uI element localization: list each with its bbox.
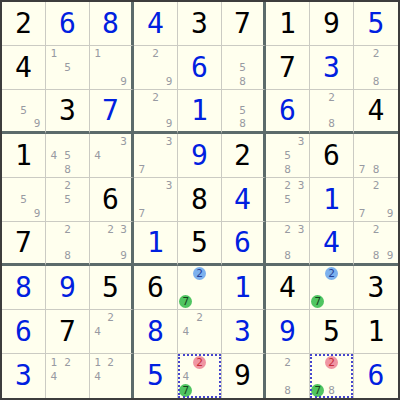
cell-r5c5[interactable]: 8: [178, 178, 222, 222]
cell-r6c2[interactable]: 28: [46, 222, 90, 266]
given-digit: 4: [354, 90, 398, 131]
solved-digit: 8: [134, 310, 177, 353]
cell-r2c7[interactable]: 7: [266, 46, 310, 90]
candidate-7: 7: [355, 162, 369, 176]
cell-r9c5[interactable]: 247: [178, 354, 222, 398]
candidate-2: 2: [193, 355, 207, 369]
candidate-grid: 458: [47, 135, 88, 176]
candidate-3: 3: [117, 223, 130, 236]
candidate-grid: 78: [355, 135, 397, 176]
candidate-grid: 25: [47, 179, 88, 220]
given-digit: 6: [310, 134, 353, 177]
cell-r3c7[interactable]: 6: [266, 90, 310, 134]
candidate-grid: 279: [355, 179, 397, 220]
cell-r6c1[interactable]: 7: [2, 222, 46, 266]
cell-r6c3[interactable]: 239: [90, 222, 134, 266]
candidate-9: 9: [30, 117, 44, 130]
candidate-3: 3: [162, 179, 176, 193]
candidate-grid: 37: [135, 135, 176, 176]
candidate-7: 7: [179, 383, 193, 397]
candidate-2: 2: [104, 223, 117, 236]
cell-r2c6[interactable]: 58: [222, 46, 266, 90]
solved-digit: 7: [90, 90, 131, 131]
candidate-4: 4: [91, 149, 104, 163]
cell-r6c6[interactable]: 6: [222, 222, 266, 266]
given-digit: 2: [222, 134, 263, 177]
candidate-grid: 15: [47, 47, 88, 88]
candidate-grid: 289: [355, 223, 397, 262]
candidate-7: 7: [135, 206, 149, 220]
candidate-grid: 59: [3, 179, 44, 220]
candidate-8: 8: [236, 117, 249, 130]
cell-r3c4[interactable]: 29: [134, 90, 178, 134]
cell-r8c5[interactable]: 24: [178, 310, 222, 354]
candidate-9: 9: [117, 74, 130, 88]
candidate-7: 7: [311, 294, 325, 308]
given-digit: 4: [266, 266, 309, 309]
candidate-8: 8: [281, 249, 295, 262]
cell-r7c1[interactable]: 8: [2, 266, 46, 310]
cell-r3c9[interactable]: 4: [354, 90, 398, 134]
candidate-2: 2: [149, 47, 163, 61]
candidate-5: 5: [281, 149, 295, 163]
candidate-2: 2: [281, 179, 295, 193]
candidate-2-blue-highlight: 2: [325, 267, 338, 280]
candidate-1: 1: [91, 47, 104, 61]
given-digit: 1: [2, 134, 45, 177]
cell-r4c6[interactable]: 2: [222, 134, 266, 178]
candidate-grid: 28: [311, 91, 352, 130]
candidate-grid: 19: [91, 47, 130, 88]
cell-r5c6[interactable]: 4: [222, 178, 266, 222]
cell-r5c8[interactable]: 1: [310, 178, 354, 222]
solved-digit: 8: [90, 2, 131, 45]
cell-r3c1[interactable]: 59: [2, 90, 46, 134]
cell-r8c2[interactable]: 7: [46, 310, 90, 354]
cell-r8c3[interactable]: 24: [90, 310, 134, 354]
candidate-5: 5: [236, 61, 249, 75]
candidate-2: 2: [325, 267, 339, 281]
cell-r1c9[interactable]: 5: [354, 2, 398, 46]
given-digit: 3: [178, 2, 221, 45]
cell-r5c1[interactable]: 59: [2, 178, 46, 222]
cell-r4c5[interactable]: 9: [178, 134, 222, 178]
cell-r6c7[interactable]: 238: [266, 222, 310, 266]
candidate-8: 8: [61, 249, 75, 262]
candidate-8: 8: [281, 383, 295, 397]
candidate-grid: 278: [311, 355, 352, 397]
given-digit: 4: [2, 46, 45, 89]
cell-r4c3[interactable]: 34: [90, 134, 134, 178]
cell-r4c4[interactable]: 37: [134, 134, 178, 178]
candidate-1: 1: [47, 47, 61, 61]
cell-r8c9[interactable]: 1: [354, 310, 398, 354]
cell-r4c7[interactable]: 358: [266, 134, 310, 178]
candidate-2: 2: [325, 91, 339, 104]
cell-r9c1[interactable]: 3: [2, 354, 46, 398]
candidate-2: 2: [149, 91, 163, 104]
cell-r7c5[interactable]: 27: [178, 266, 222, 310]
candidate-2: 2: [369, 223, 383, 236]
cell-r1c1[interactable]: 2: [2, 2, 46, 46]
candidate-grid: 235: [267, 179, 308, 220]
given-digit: 6: [90, 178, 131, 221]
cell-r5c2[interactable]: 25: [46, 178, 90, 222]
candidate-grid: 28: [47, 223, 88, 262]
cell-r7c7[interactable]: 4: [266, 266, 310, 310]
solved-digit: 4: [134, 2, 177, 45]
candidate-grid: 29: [135, 91, 176, 130]
candidate-5: 5: [236, 104, 249, 117]
candidate-grid: 58: [223, 47, 262, 88]
cell-r1c4[interactable]: 4: [134, 2, 178, 46]
given-digit: 5: [310, 310, 353, 353]
candidate-5: 5: [61, 61, 75, 75]
cell-r8c1[interactable]: 6: [2, 310, 46, 354]
given-digit: 3: [46, 90, 89, 131]
candidate-3: 3: [294, 135, 308, 149]
candidate-2: 2: [281, 223, 295, 236]
given-digit: 7: [46, 310, 89, 353]
candidate-grid: 28: [267, 355, 308, 397]
solved-digit: 4: [222, 178, 263, 221]
candidate-3: 3: [117, 135, 130, 149]
cell-r8c8[interactable]: 5: [310, 310, 354, 354]
candidate-5: 5: [281, 193, 295, 207]
candidate-2: 2: [61, 223, 75, 236]
given-digit: 7: [2, 222, 45, 263]
candidate-1: 1: [47, 355, 61, 369]
candidate-2: 2: [104, 311, 117, 325]
given-digit: 7: [266, 46, 309, 89]
cell-r5c9[interactable]: 279: [354, 178, 398, 222]
given-digit: 1: [354, 310, 398, 353]
cell-r5c7[interactable]: 235: [266, 178, 310, 222]
cell-r6c5[interactable]: 5: [178, 222, 222, 266]
solved-digit: 1: [134, 222, 177, 263]
cell-r6c8[interactable]: 4: [310, 222, 354, 266]
candidate-grid: 24: [91, 311, 130, 352]
cell-r1c3[interactable]: 8: [90, 2, 134, 46]
candidate-3: 3: [162, 135, 176, 149]
given-digit: 6: [134, 266, 177, 309]
cell-r2c8[interactable]: 3: [310, 46, 354, 90]
candidate-7-green-highlight: 7: [311, 384, 324, 397]
cell-r3c2[interactable]: 3: [46, 90, 90, 134]
candidate-4: 4: [179, 325, 193, 339]
solved-digit: 3: [222, 310, 263, 353]
cell-r7c9[interactable]: 3: [354, 266, 398, 310]
cell-r2c4[interactable]: 29: [134, 46, 178, 90]
solved-digit: 6: [222, 222, 263, 263]
cell-r8c6[interactable]: 3: [222, 310, 266, 354]
candidate-grid: 124: [47, 355, 88, 397]
sudoku-board: 2684371954151929658732859372915862841458…: [0, 0, 400, 400]
candidate-2-red-highlight: 2: [325, 356, 338, 369]
candidate-5: 5: [17, 104, 31, 117]
candidate-grid: 28: [355, 47, 397, 88]
solved-digit: 6: [178, 46, 221, 89]
cell-r1c5[interactable]: 3: [178, 2, 222, 46]
solved-digit: 8: [2, 266, 45, 309]
candidate-2: 2: [61, 179, 75, 193]
candidate-8: 8: [325, 383, 339, 397]
candidate-grid: 37: [135, 179, 176, 220]
candidate-9: 9: [383, 249, 397, 262]
candidate-grid: 58: [223, 91, 262, 130]
candidate-8: 8: [369, 162, 383, 176]
solved-digit: 1: [310, 178, 353, 221]
candidate-2: 2: [104, 355, 117, 369]
candidate-8: 8: [325, 117, 339, 130]
candidate-8: 8: [281, 162, 295, 176]
candidate-2: 2: [193, 267, 207, 281]
candidate-grid: 238: [267, 223, 308, 262]
cell-r7c2[interactable]: 9: [46, 266, 90, 310]
given-digit: 7: [222, 2, 263, 45]
cell-r2c3[interactable]: 19: [90, 46, 134, 90]
cell-r4c8[interactable]: 6: [310, 134, 354, 178]
candidate-7-green-highlight: 7: [179, 295, 192, 308]
candidate-4: 4: [47, 149, 61, 163]
cell-r5c4[interactable]: 37: [134, 178, 178, 222]
candidate-8: 8: [61, 162, 75, 176]
solved-digit: 9: [178, 134, 221, 177]
candidate-4: 4: [47, 369, 61, 383]
cell-r7c6[interactable]: 1: [222, 266, 266, 310]
candidate-grid: 239: [91, 223, 130, 262]
candidate-7: 7: [311, 383, 325, 397]
cell-r7c4[interactable]: 6: [134, 266, 178, 310]
solved-digit: 9: [266, 310, 309, 353]
candidate-grid: 27: [311, 267, 352, 308]
candidate-9: 9: [162, 117, 176, 130]
given-digit: 3: [354, 266, 398, 309]
given-digit: 8: [178, 178, 221, 221]
cell-r6c4[interactable]: 1: [134, 222, 178, 266]
candidate-7: 7: [355, 206, 369, 220]
candidate-4: 4: [91, 369, 104, 383]
candidate-5: 5: [17, 193, 31, 207]
candidate-3: 3: [294, 223, 308, 236]
candidate-4: 4: [91, 325, 104, 339]
given-digit: 2: [2, 2, 45, 45]
candidate-grid: 34: [91, 135, 130, 176]
candidate-grid: 29: [135, 47, 176, 88]
solved-digit: 3: [310, 46, 353, 89]
cell-r4c1[interactable]: 1: [2, 134, 46, 178]
cell-r7c3[interactable]: 5: [90, 266, 134, 310]
candidate-2: 2: [369, 179, 383, 193]
candidate-9: 9: [383, 206, 397, 220]
candidate-8: 8: [236, 74, 249, 88]
cell-r8c4[interactable]: 8: [134, 310, 178, 354]
solved-digit: 1: [178, 90, 221, 131]
cell-r7c8[interactable]: 27: [310, 266, 354, 310]
solved-digit: 5: [134, 354, 177, 398]
cell-r3c6[interactable]: 58: [222, 90, 266, 134]
solved-digit: 5: [354, 2, 398, 45]
candidate-2: 2: [325, 355, 339, 369]
cell-r4c2[interactable]: 458: [46, 134, 90, 178]
cell-r9c6[interactable]: 9: [222, 354, 266, 398]
candidate-7: 7: [135, 162, 149, 176]
solved-digit: 6: [266, 90, 309, 131]
candidate-grid: 124: [91, 355, 130, 397]
cell-r9c8[interactable]: 278: [310, 354, 354, 398]
cell-r1c6[interactable]: 7: [222, 2, 266, 46]
given-digit: 1: [266, 2, 309, 45]
cell-r3c8[interactable]: 28: [310, 90, 354, 134]
given-digit: 9: [222, 354, 263, 398]
cell-r3c5[interactable]: 1: [178, 90, 222, 134]
cell-r4c9[interactable]: 78: [354, 134, 398, 178]
candidate-7: 7: [179, 294, 193, 308]
candidate-9: 9: [117, 249, 130, 262]
cell-r2c9[interactable]: 28: [354, 46, 398, 90]
candidate-2-blue-highlight: 2: [193, 267, 206, 280]
candidate-grid: 59: [3, 91, 44, 130]
solved-digit: 6: [354, 354, 398, 398]
candidate-7-green-highlight: 7: [179, 384, 192, 397]
cell-r9c4[interactable]: 5: [134, 354, 178, 398]
candidate-8: 8: [369, 249, 383, 262]
cell-r6c9[interactable]: 289: [354, 222, 398, 266]
given-digit: 5: [178, 222, 221, 263]
given-digit: 5: [90, 266, 131, 309]
candidate-grid: 27: [179, 267, 220, 308]
candidate-3: 3: [294, 179, 308, 193]
solved-digit: 1: [222, 266, 263, 309]
cell-r9c7[interactable]: 28: [266, 354, 310, 398]
cell-r1c7[interactable]: 1: [266, 2, 310, 46]
cell-r3c3[interactable]: 7: [90, 90, 134, 134]
solved-digit: 6: [2, 310, 45, 353]
candidate-grid: 24: [179, 311, 220, 352]
candidate-9: 9: [30, 206, 44, 220]
candidate-2: 2: [369, 47, 383, 61]
candidate-2: 2: [61, 355, 75, 369]
cell-r9c2[interactable]: 124: [46, 354, 90, 398]
solved-digit: 6: [46, 2, 89, 45]
candidate-5: 5: [61, 149, 75, 163]
cell-r5c3[interactable]: 6: [90, 178, 134, 222]
cell-r1c2[interactable]: 6: [46, 2, 90, 46]
solved-digit: 4: [310, 222, 353, 263]
candidate-9: 9: [162, 74, 176, 88]
cell-r9c9[interactable]: 6: [354, 354, 398, 398]
candidate-grid: 358: [267, 135, 308, 176]
cell-r9c3[interactable]: 124: [90, 354, 134, 398]
cell-r1c8[interactable]: 9: [310, 2, 354, 46]
cell-r2c1[interactable]: 4: [2, 46, 46, 90]
candidate-5: 5: [61, 193, 75, 207]
candidate-2: 2: [281, 355, 295, 369]
solved-digit: 9: [46, 266, 89, 309]
solved-digit: 3: [2, 354, 45, 398]
candidate-4: 4: [179, 369, 193, 383]
candidate-2: 2: [193, 311, 207, 325]
candidate-8: 8: [369, 74, 383, 88]
candidate-2-red-highlight: 2: [193, 356, 206, 369]
cell-r8c7[interactable]: 9: [266, 310, 310, 354]
cell-r2c5[interactable]: 6: [178, 46, 222, 90]
candidate-7-green-highlight: 7: [311, 295, 324, 308]
candidate-grid: 247: [179, 355, 220, 397]
candidate-1: 1: [91, 355, 104, 369]
given-digit: 9: [310, 2, 353, 45]
cell-r2c2[interactable]: 15: [46, 46, 90, 90]
